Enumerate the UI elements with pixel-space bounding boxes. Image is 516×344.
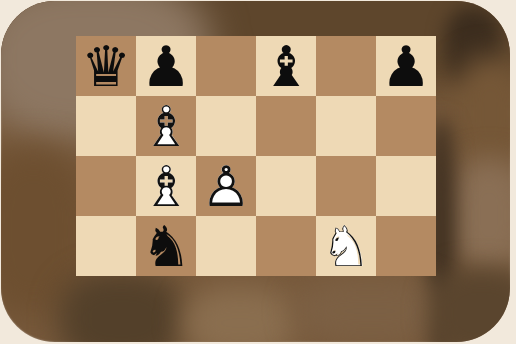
square-r1c6[interactable]: ♟ — [376, 36, 436, 96]
white-bishop-outline: ♗ — [136, 97, 196, 157]
square-r3c1[interactable] — [76, 156, 136, 216]
square-r3c3[interactable]: ♟♙ — [196, 156, 256, 216]
square-r2c1[interactable] — [76, 96, 136, 156]
black-pawn-glyph: ♟ — [376, 37, 436, 97]
chess-board: ♛♟♝♟♝♗♝♗♟♙♞♞♘ — [76, 36, 436, 276]
white-bishop-outline: ♗ — [136, 157, 196, 217]
square-r4c1[interactable] — [76, 216, 136, 276]
square-r2c6[interactable] — [376, 96, 436, 156]
square-r4c6[interactable] — [376, 216, 436, 276]
square-r4c3[interactable] — [196, 216, 256, 276]
square-r3c2[interactable]: ♝♗ — [136, 156, 196, 216]
square-r2c3[interactable] — [196, 96, 256, 156]
backdrop-blur-shape — [453, 56, 510, 171]
square-r1c1[interactable]: ♛ — [76, 36, 136, 96]
black-pawn-glyph: ♟ — [136, 37, 196, 97]
black-pawn[interactable]: ♟ — [136, 36, 196, 96]
backdrop-blur-shape — [429, 267, 510, 342]
black-bishop[interactable]: ♝ — [256, 36, 316, 96]
square-r4c4[interactable] — [256, 216, 316, 276]
square-r4c5[interactable]: ♞♘ — [316, 216, 376, 276]
black-knight[interactable]: ♞ — [136, 216, 196, 276]
square-r2c2[interactable]: ♝♗ — [136, 96, 196, 156]
square-r3c6[interactable] — [376, 156, 436, 216]
square-r3c4[interactable] — [256, 156, 316, 216]
square-r1c2[interactable]: ♟ — [136, 36, 196, 96]
square-r4c2[interactable]: ♞ — [136, 216, 196, 276]
square-r1c5[interactable] — [316, 36, 376, 96]
black-pawn[interactable]: ♟ — [376, 36, 436, 96]
square-r1c4[interactable]: ♝ — [256, 36, 316, 96]
black-bishop-glyph: ♝ — [256, 37, 316, 97]
black-queen[interactable]: ♛ — [76, 36, 136, 96]
backdrop-blur-shape — [59, 271, 184, 342]
square-r1c3[interactable] — [196, 36, 256, 96]
square-r2c5[interactable] — [316, 96, 376, 156]
white-knight[interactable]: ♞♘ — [316, 216, 376, 276]
white-pawn-outline: ♙ — [196, 157, 256, 217]
screenshot-canvas: ♛♟♝♟♝♗♝♗♟♙♞♞♘ — [0, 0, 516, 344]
white-knight-outline: ♘ — [316, 217, 376, 277]
square-r2c4[interactable] — [256, 96, 316, 156]
backdrop-blur-shape — [294, 277, 446, 342]
black-queen-glyph: ♛ — [76, 37, 136, 97]
black-knight-glyph: ♞ — [136, 217, 196, 277]
backdrop-blur-shape — [449, 159, 510, 271]
square-r3c5[interactable] — [316, 156, 376, 216]
backdrop-blur-shape — [184, 287, 296, 342]
white-bishop[interactable]: ♝♗ — [136, 96, 196, 156]
white-pawn[interactable]: ♟♙ — [196, 156, 256, 216]
white-bishop[interactable]: ♝♗ — [136, 156, 196, 216]
